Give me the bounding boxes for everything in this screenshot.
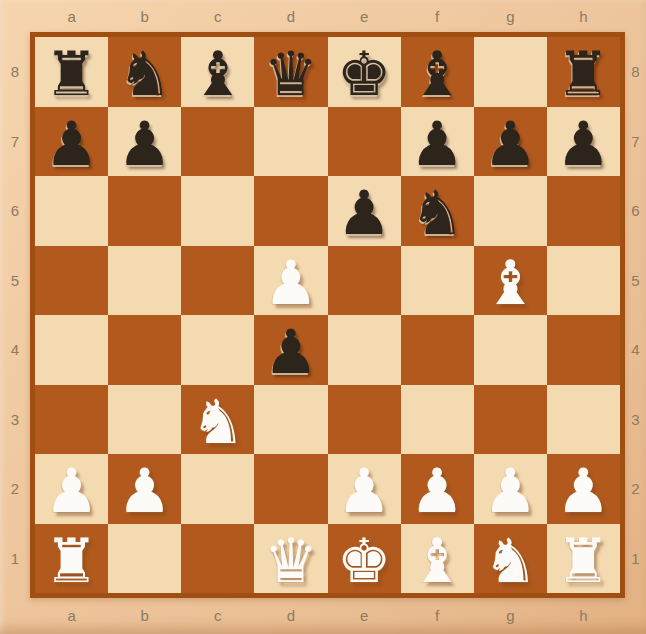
piece-black-king[interactable]: ♚ <box>337 43 392 104</box>
file-label-top-g: g <box>474 0 547 32</box>
piece-black-rook[interactable]: ♜ <box>44 43 99 104</box>
rank-label-right-3: 3 <box>625 385 646 455</box>
demonstration-chess-board: abcdefgh 87654321 87654321 ♜♞♝♛♚♝♜♟♟♟♟♟♟… <box>0 0 646 634</box>
rank-label-right-4: 4 <box>625 315 646 385</box>
square-b5[interactable] <box>108 246 181 316</box>
file-label-bottom-f: f <box>401 596 474 634</box>
piece-black-queen[interactable]: ♛ <box>264 43 319 104</box>
square-e5[interactable] <box>328 246 401 316</box>
square-g5[interactable]: ♝ <box>474 246 547 316</box>
piece-white-pawn[interactable]: ♟ <box>117 460 172 521</box>
square-f4[interactable] <box>401 315 474 385</box>
piece-black-knight[interactable]: ♞ <box>117 43 172 104</box>
board-grid: ♜♞♝♛♚♝♜♟♟♟♟♟♟♞♟♝♟♞♟♟♟♟♟♟♜♛♚♝♞♜ <box>35 37 620 593</box>
square-h1[interactable]: ♜ <box>547 524 620 594</box>
square-d4[interactable]: ♟ <box>254 315 327 385</box>
piece-white-pawn[interactable]: ♟ <box>264 252 319 313</box>
square-f1[interactable]: ♝ <box>401 524 474 594</box>
square-a4[interactable] <box>35 315 108 385</box>
piece-white-knight[interactable]: ♞ <box>190 391 245 452</box>
piece-white-rook[interactable]: ♜ <box>44 530 99 591</box>
piece-white-king[interactable]: ♚ <box>337 530 392 591</box>
square-h3[interactable] <box>547 385 620 455</box>
file-label-bottom-a: a <box>35 596 108 634</box>
square-c7[interactable] <box>181 107 254 177</box>
square-e7[interactable] <box>328 107 401 177</box>
square-f6[interactable]: ♞ <box>401 176 474 246</box>
rank-label-left-8: 8 <box>0 37 30 107</box>
square-h2[interactable]: ♟ <box>547 454 620 524</box>
square-a1[interactable]: ♜ <box>35 524 108 594</box>
rank-labels-right: 87654321 <box>625 37 646 593</box>
piece-white-pawn[interactable]: ♟ <box>337 460 392 521</box>
rank-labels-left: 87654321 <box>0 37 30 593</box>
square-b6[interactable] <box>108 176 181 246</box>
rank-label-left-3: 3 <box>0 385 30 455</box>
square-h6[interactable] <box>547 176 620 246</box>
square-g4[interactable] <box>474 315 547 385</box>
square-h8[interactable]: ♜ <box>547 37 620 107</box>
square-g7[interactable]: ♟ <box>474 107 547 177</box>
piece-black-pawn[interactable]: ♟ <box>556 113 611 174</box>
piece-white-bishop[interactable]: ♝ <box>410 530 465 591</box>
rank-label-right-5: 5 <box>625 246 646 316</box>
file-label-bottom-c: c <box>181 596 254 634</box>
square-d1[interactable]: ♛ <box>254 524 327 594</box>
piece-black-knight[interactable]: ♞ <box>410 182 465 243</box>
file-labels-bottom: abcdefgh <box>35 596 620 634</box>
board-frame-border: ♜♞♝♛♚♝♜♟♟♟♟♟♟♞♟♝♟♞♟♟♟♟♟♟♜♛♚♝♞♜ <box>30 32 625 598</box>
square-c1[interactable] <box>181 524 254 594</box>
rank-label-right-2: 2 <box>625 454 646 524</box>
square-e8[interactable]: ♚ <box>328 37 401 107</box>
file-label-top-c: c <box>181 0 254 32</box>
file-label-bottom-d: d <box>254 596 327 634</box>
square-c4[interactable] <box>181 315 254 385</box>
piece-black-bishop[interactable]: ♝ <box>410 43 465 104</box>
square-g2[interactable]: ♟ <box>474 454 547 524</box>
rank-label-left-7: 7 <box>0 107 30 177</box>
file-label-top-h: h <box>547 0 620 32</box>
square-f8[interactable]: ♝ <box>401 37 474 107</box>
piece-white-knight[interactable]: ♞ <box>483 530 538 591</box>
square-d8[interactable]: ♛ <box>254 37 327 107</box>
file-label-top-d: d <box>254 0 327 32</box>
square-c3[interactable]: ♞ <box>181 385 254 455</box>
square-b4[interactable] <box>108 315 181 385</box>
square-b8[interactable]: ♞ <box>108 37 181 107</box>
square-a5[interactable] <box>35 246 108 316</box>
piece-black-pawn[interactable]: ♟ <box>264 321 319 382</box>
piece-black-bishop[interactable]: ♝ <box>190 43 245 104</box>
square-d3[interactable] <box>254 385 327 455</box>
square-b2[interactable]: ♟ <box>108 454 181 524</box>
rank-label-left-4: 4 <box>0 315 30 385</box>
piece-black-pawn[interactable]: ♟ <box>483 113 538 174</box>
piece-white-pawn[interactable]: ♟ <box>410 460 465 521</box>
piece-black-pawn[interactable]: ♟ <box>44 113 99 174</box>
square-c2[interactable] <box>181 454 254 524</box>
square-h4[interactable] <box>547 315 620 385</box>
piece-black-pawn[interactable]: ♟ <box>337 182 392 243</box>
piece-white-rook[interactable]: ♜ <box>556 530 611 591</box>
square-h7[interactable]: ♟ <box>547 107 620 177</box>
piece-black-pawn[interactable]: ♟ <box>117 113 172 174</box>
file-label-bottom-b: b <box>108 596 181 634</box>
file-labels-top: abcdefgh <box>35 0 620 32</box>
square-a3[interactable] <box>35 385 108 455</box>
square-a6[interactable] <box>35 176 108 246</box>
square-b1[interactable] <box>108 524 181 594</box>
piece-white-pawn[interactable]: ♟ <box>556 460 611 521</box>
rank-label-left-1: 1 <box>0 524 30 594</box>
square-g8[interactable] <box>474 37 547 107</box>
square-e4[interactable] <box>328 315 401 385</box>
piece-white-queen[interactable]: ♛ <box>264 530 319 591</box>
square-f2[interactable]: ♟ <box>401 454 474 524</box>
file-label-top-b: b <box>108 0 181 32</box>
file-label-top-e: e <box>328 0 401 32</box>
square-e6[interactable]: ♟ <box>328 176 401 246</box>
file-label-bottom-g: g <box>474 596 547 634</box>
square-d7[interactable] <box>254 107 327 177</box>
square-f7[interactable]: ♟ <box>401 107 474 177</box>
square-a2[interactable]: ♟ <box>35 454 108 524</box>
piece-white-bishop[interactable]: ♝ <box>483 252 538 313</box>
square-g1[interactable]: ♞ <box>474 524 547 594</box>
rank-label-right-7: 7 <box>625 107 646 177</box>
piece-black-pawn[interactable]: ♟ <box>410 113 465 174</box>
square-a7[interactable]: ♟ <box>35 107 108 177</box>
file-label-bottom-e: e <box>328 596 401 634</box>
rank-label-left-5: 5 <box>0 246 30 316</box>
square-c5[interactable] <box>181 246 254 316</box>
square-h5[interactable] <box>547 246 620 316</box>
square-c6[interactable] <box>181 176 254 246</box>
rank-label-right-1: 1 <box>625 524 646 594</box>
square-e2[interactable]: ♟ <box>328 454 401 524</box>
rank-label-right-8: 8 <box>625 37 646 107</box>
square-d2[interactable] <box>254 454 327 524</box>
file-label-bottom-h: h <box>547 596 620 634</box>
piece-white-pawn[interactable]: ♟ <box>44 460 99 521</box>
square-g3[interactable] <box>474 385 547 455</box>
rank-label-left-6: 6 <box>0 176 30 246</box>
file-label-top-a: a <box>35 0 108 32</box>
square-b7[interactable]: ♟ <box>108 107 181 177</box>
square-a8[interactable]: ♜ <box>35 37 108 107</box>
square-c8[interactable]: ♝ <box>181 37 254 107</box>
square-d6[interactable] <box>254 176 327 246</box>
piece-black-rook[interactable]: ♜ <box>556 43 611 104</box>
square-f5[interactable] <box>401 246 474 316</box>
square-f3[interactable] <box>401 385 474 455</box>
square-e1[interactable]: ♚ <box>328 524 401 594</box>
rank-label-left-2: 2 <box>0 454 30 524</box>
piece-white-pawn[interactable]: ♟ <box>483 460 538 521</box>
square-b3[interactable] <box>108 385 181 455</box>
square-e3[interactable] <box>328 385 401 455</box>
rank-label-right-6: 6 <box>625 176 646 246</box>
file-label-top-f: f <box>401 0 474 32</box>
square-d5[interactable]: ♟ <box>254 246 327 316</box>
square-g6[interactable] <box>474 176 547 246</box>
